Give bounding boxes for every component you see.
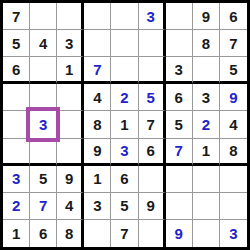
cell-r8c1[interactable]: 2 [3,193,30,220]
cell-r9c4[interactable] [84,220,111,247]
cell-r6c8[interactable]: 1 [193,139,220,166]
cell-r3c6[interactable] [139,57,166,84]
cell-r5c7[interactable]: 5 [166,111,193,138]
cell-r3c5[interactable] [111,57,138,84]
cell-r1c1[interactable]: 7 [3,3,30,30]
cell-r9c3[interactable]: 8 [57,220,84,247]
cell-r7c2[interactable]: 5 [30,166,57,193]
cell-r2c9[interactable]: 7 [220,30,247,57]
cell-r3c4[interactable]: 7 [84,57,111,84]
cell-r1c8[interactable]: 9 [193,3,220,30]
cell-r9c2[interactable]: 6 [30,220,57,247]
sudoku-board: 7396543876173542563938175249367183591627… [0,0,250,250]
cell-r1c5[interactable] [111,3,138,30]
cell-r8c6[interactable]: 9 [139,193,166,220]
cell-r9c5[interactable]: 7 [111,220,138,247]
cell-r2c5[interactable] [111,30,138,57]
cell-r7c6[interactable] [139,166,166,193]
cell-r7c8[interactable] [193,166,220,193]
cell-r9c1[interactable]: 1 [3,220,30,247]
cell-r7c3[interactable]: 9 [57,166,84,193]
cell-r8c5[interactable]: 5 [111,193,138,220]
cell-r2c3[interactable]: 3 [57,30,84,57]
cell-r4c9[interactable]: 9 [220,84,247,111]
cell-r9c8[interactable] [193,220,220,247]
cell-r8c4[interactable]: 3 [84,193,111,220]
cell-r2c1[interactable]: 5 [3,30,30,57]
cell-r5c6[interactable]: 7 [139,111,166,138]
cell-r8c9[interactable] [220,193,247,220]
cell-r1c3[interactable] [57,3,84,30]
cell-r6c4[interactable]: 9 [84,139,111,166]
cell-r6c6[interactable]: 6 [139,139,166,166]
cell-r9c6[interactable] [139,220,166,247]
cell-r9c7[interactable]: 9 [166,220,193,247]
cell-r3c2[interactable] [30,57,57,84]
cell-r5c1[interactable] [3,111,30,138]
cell-r2c8[interactable]: 8 [193,30,220,57]
cell-r8c2[interactable]: 7 [30,193,57,220]
cell-r8c8[interactable] [193,193,220,220]
cell-r4c1[interactable] [3,84,30,111]
cell-r6c1[interactable] [3,139,30,166]
cell-r2c4[interactable] [84,30,111,57]
cell-r4c8[interactable]: 3 [193,84,220,111]
cell-r7c4[interactable]: 1 [84,166,111,193]
cell-r5c9[interactable]: 4 [220,111,247,138]
cell-r3c1[interactable]: 6 [3,57,30,84]
cell-r4c7[interactable]: 6 [166,84,193,111]
cell-r4c5[interactable]: 2 [111,84,138,111]
cell-r5c2[interactable]: 3 [30,111,57,138]
cell-r4c2[interactable] [30,84,57,111]
cell-r7c1[interactable]: 3 [3,166,30,193]
cell-r1c7[interactable] [166,3,193,30]
sudoku-app: 7396543876173542563938175249367183591627… [0,0,250,250]
cell-r1c2[interactable] [30,3,57,30]
cell-r6c9[interactable]: 8 [220,139,247,166]
cell-r2c6[interactable] [139,30,166,57]
cell-r5c5[interactable]: 1 [111,111,138,138]
cell-r8c7[interactable] [166,193,193,220]
cell-r7c9[interactable] [220,166,247,193]
cell-r5c3[interactable] [57,111,84,138]
cell-r8c3[interactable]: 4 [57,193,84,220]
cell-r3c3[interactable]: 1 [57,57,84,84]
cell-r4c3[interactable] [57,84,84,111]
cell-r1c4[interactable] [84,3,111,30]
cell-r1c9[interactable]: 6 [220,3,247,30]
cell-r7c7[interactable] [166,166,193,193]
cell-r6c3[interactable] [57,139,84,166]
cell-r2c2[interactable]: 4 [30,30,57,57]
cell-r6c7[interactable]: 7 [166,139,193,166]
cell-r4c4[interactable]: 4 [84,84,111,111]
cell-r5c4[interactable]: 8 [84,111,111,138]
cell-r9c9[interactable]: 3 [220,220,247,247]
cell-r2c7[interactable] [166,30,193,57]
cell-r6c5[interactable]: 3 [111,139,138,166]
cell-r5c8[interactable]: 2 [193,111,220,138]
cell-r1c6[interactable]: 3 [139,3,166,30]
cell-r3c8[interactable] [193,57,220,84]
cell-r6c2[interactable] [30,139,57,166]
cell-r3c7[interactable]: 3 [166,57,193,84]
cell-r4c6[interactable]: 5 [139,84,166,111]
cell-r7c5[interactable]: 6 [111,166,138,193]
cell-r3c9[interactable]: 5 [220,57,247,84]
